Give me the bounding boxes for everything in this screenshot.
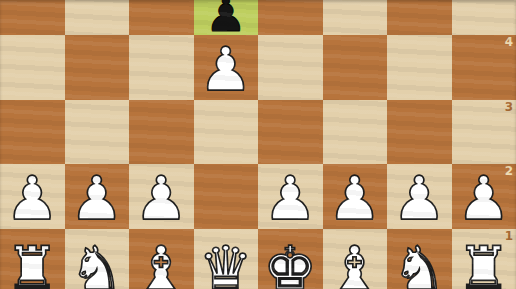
square-b2[interactable]: ♟	[65, 164, 130, 229]
piece-white-rook-a1[interactable]: ♜	[5, 238, 59, 289]
square-c1[interactable]: ♝	[129, 229, 194, 289]
piece-white-pawn-h2[interactable]: ♟	[457, 168, 511, 228]
piece-white-bishop-c1[interactable]: ♝	[134, 238, 188, 289]
piece-white-rook-h1[interactable]: ♜	[457, 238, 511, 289]
piece-white-queen-d1[interactable]: ♛	[199, 238, 253, 289]
square-d3[interactable]	[194, 100, 259, 165]
piece-black-pawn-d5[interactable]: ♟	[205, 0, 246, 38]
square-a5[interactable]	[0, 0, 65, 35]
square-g2[interactable]: ♟	[387, 164, 452, 229]
piece-white-knight-g1[interactable]: ♞	[392, 238, 446, 289]
square-c2[interactable]: ♟	[129, 164, 194, 229]
board-grid: ♟♟43♟♟♟♟♟♟♟2♜♞♝♛♚♝♞♜1	[0, 0, 516, 289]
square-h2[interactable]: ♟2	[452, 164, 516, 229]
piece-white-pawn-g2[interactable]: ♟	[392, 168, 446, 228]
square-g5[interactable]	[387, 0, 452, 35]
square-f5[interactable]	[323, 0, 388, 35]
square-g3[interactable]	[387, 100, 452, 165]
square-h1[interactable]: ♜1	[452, 229, 516, 289]
square-g1[interactable]: ♞	[387, 229, 452, 289]
square-c3[interactable]	[129, 100, 194, 165]
square-f1[interactable]: ♝	[323, 229, 388, 289]
square-c4[interactable]	[129, 35, 194, 100]
square-a4[interactable]	[0, 35, 65, 100]
square-f3[interactable]	[323, 100, 388, 165]
coordinate-rank-2: 2	[505, 165, 513, 178]
coordinate-rank-3: 3	[505, 101, 513, 114]
square-e5[interactable]	[258, 0, 323, 35]
piece-white-pawn-a2[interactable]: ♟	[5, 168, 59, 228]
square-g4[interactable]	[387, 35, 452, 100]
square-a2[interactable]: ♟	[0, 164, 65, 229]
piece-white-pawn-b2[interactable]: ♟	[70, 168, 124, 228]
square-d4[interactable]: ♟	[194, 35, 259, 100]
square-h4[interactable]: 4	[452, 35, 516, 100]
square-e4[interactable]	[258, 35, 323, 100]
square-d2[interactable]	[194, 164, 259, 229]
square-f4[interactable]	[323, 35, 388, 100]
coordinate-rank-1: 1	[505, 230, 513, 243]
piece-white-pawn-f2[interactable]: ♟	[328, 168, 382, 228]
square-c5[interactable]	[129, 0, 194, 35]
square-d1[interactable]: ♛	[194, 229, 259, 289]
square-b4[interactable]	[65, 35, 130, 100]
coordinate-rank-4: 4	[505, 36, 513, 49]
square-a1[interactable]: ♜	[0, 229, 65, 289]
piece-white-king-e1[interactable]: ♚	[263, 238, 317, 289]
square-h3[interactable]: 3	[452, 100, 516, 165]
piece-white-pawn-d4[interactable]: ♟	[199, 39, 253, 99]
square-b5[interactable]	[65, 0, 130, 35]
square-h5[interactable]	[452, 0, 516, 35]
piece-white-pawn-e2[interactable]: ♟	[263, 168, 317, 228]
square-e2[interactable]: ♟	[258, 164, 323, 229]
square-d5[interactable]: ♟	[194, 0, 259, 35]
square-b3[interactable]	[65, 100, 130, 165]
chessboard-view: ♟♟43♟♟♟♟♟♟♟2♜♞♝♛♚♝♞♜1	[0, 0, 516, 289]
piece-white-bishop-f1[interactable]: ♝	[328, 238, 382, 289]
piece-white-knight-b1[interactable]: ♞	[70, 238, 124, 289]
square-b1[interactable]: ♞	[65, 229, 130, 289]
square-f2[interactable]: ♟	[323, 164, 388, 229]
square-e1[interactable]: ♚	[258, 229, 323, 289]
piece-white-pawn-c2[interactable]: ♟	[134, 168, 188, 228]
square-e3[interactable]	[258, 100, 323, 165]
square-a3[interactable]	[0, 100, 65, 165]
